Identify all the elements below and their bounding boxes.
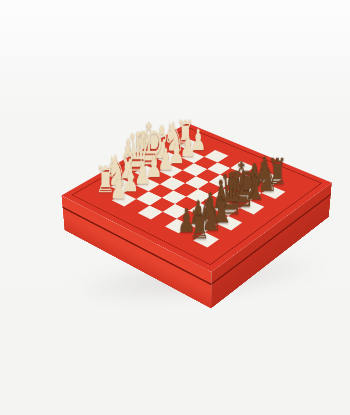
product-photo-background: ♜♟♞♟♝♟♚♟♛♟♝♟♟♞♜♟♟♜♞♟♟♝♟♚♟♛♟♝♟♞♟♜ [0,0,350,415]
square-b2[interactable]: ♟ [124,185,149,199]
piece-black-rook-a8[interactable]: ♜ [189,206,211,245]
square-a2[interactable]: ♟ [111,193,136,207]
chess-set-scene: ♜♟♞♟♝♟♚♟♛♟♝♟♟♞♜♟♟♜♞♟♟♝♟♚♟♛♟♝♟♞♟♜ [0,0,350,415]
square-a8[interactable]: ♜ [193,232,220,248]
square-d3[interactable] [160,177,184,190]
piece-white-pawn-a2[interactable]: ♟ [110,172,128,203]
